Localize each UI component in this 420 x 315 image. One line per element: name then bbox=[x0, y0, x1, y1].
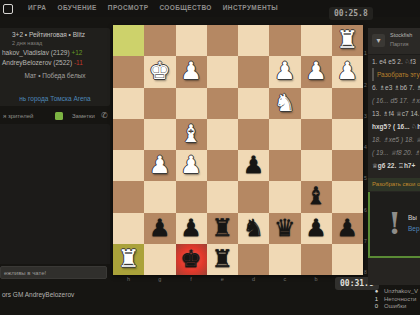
square-d7[interactable]: ♞ bbox=[238, 213, 269, 244]
square-h3[interactable] bbox=[113, 88, 144, 119]
square-h7[interactable] bbox=[113, 213, 144, 244]
square-h5[interactable] bbox=[113, 150, 144, 181]
move-list-line-2[interactable]: 6. ♗e3 ♗b6 7. ♗ bbox=[368, 81, 420, 94]
alert-link[interactable]: Вер bbox=[408, 225, 420, 232]
piece-black-pawn: ♟ bbox=[332, 213, 363, 244]
chess-board[interactable]: ♜♚♟♟♟♟♞♝♟♟♟♝♟♟♜♞♛♟♟♜♚♜ bbox=[113, 25, 363, 275]
piece-black-pawn: ♟ bbox=[238, 150, 269, 181]
square-h1[interactable] bbox=[113, 25, 144, 56]
square-g2[interactable]: ♚ bbox=[144, 56, 175, 87]
black-player-name[interactable]: AndreyBelozerov (2522) bbox=[2, 59, 72, 66]
white-player-name[interactable]: hakov_Vladislav (2129) bbox=[2, 49, 70, 56]
square-a3[interactable] bbox=[332, 88, 363, 119]
phone-icon[interactable]: ✆ bbox=[101, 111, 108, 120]
square-f6[interactable] bbox=[176, 181, 207, 212]
move-list-line-4[interactable]: 13. ♗f4 ♕c7 14. bbox=[368, 107, 420, 120]
rank-coordinates: 12345678 bbox=[364, 25, 367, 275]
square-f7[interactable]: ♟ bbox=[176, 213, 207, 244]
square-e5[interactable] bbox=[207, 150, 238, 181]
square-f3[interactable] bbox=[176, 88, 207, 119]
move-list-line-5[interactable]: hxg5? ( 16... ♘h bbox=[368, 120, 420, 133]
square-e8[interactable]: ♜ bbox=[207, 244, 238, 275]
square-d2[interactable] bbox=[238, 56, 269, 87]
file-label-d: d bbox=[238, 276, 269, 282]
learn-from-mistakes-link[interactable]: Разобрать свои ошибки bbox=[368, 178, 420, 191]
square-a4[interactable] bbox=[332, 119, 363, 150]
move-list-line-3[interactable]: ( 16... d5 17. ♗xb bbox=[368, 94, 420, 107]
piece-white-pawn: ♟ bbox=[176, 150, 207, 181]
rank-label-6: 6 bbox=[364, 181, 367, 212]
square-a6[interactable] bbox=[332, 181, 363, 212]
engine-toggle-button[interactable]: ▾ bbox=[372, 34, 385, 47]
square-d6[interactable] bbox=[238, 181, 269, 212]
nav-item-3[interactable]: СООБЩЕСТВО bbox=[159, 4, 211, 11]
lichess-game-page: ИГРАОБУЧЕНИЕПРОСМОТРСООБЩЕСТВОИНСТРУМЕНТ… bbox=[0, 0, 420, 315]
square-g1[interactable] bbox=[144, 25, 175, 56]
file-coordinates: hgfedcba bbox=[113, 276, 363, 282]
piece-black-bishop: ♝ bbox=[301, 181, 332, 212]
piece-white-pawn: ♟ bbox=[144, 150, 175, 181]
nav-item-0[interactable]: ИГРА bbox=[28, 4, 46, 11]
nav-item-2[interactable]: ПРОСМОТР bbox=[108, 4, 149, 11]
move-list-line-7[interactable]: ( 19... ♕f8 20. ♗e bbox=[368, 146, 420, 159]
square-h4[interactable] bbox=[113, 119, 144, 150]
summary-label: Unzhakov_V bbox=[384, 288, 418, 296]
file-label-e: e bbox=[207, 276, 238, 282]
tab-spectator-room[interactable]: я зрителей bbox=[3, 113, 33, 119]
piece-black-king: ♚ bbox=[176, 244, 207, 275]
analysis-panel: ▾ Stockfish Партия 1. e4 e5 2. ♘f3Разобр… bbox=[368, 28, 420, 285]
square-f5[interactable]: ♟ bbox=[176, 150, 207, 181]
tournament-link[interactable]: нь города Томска Arena bbox=[0, 95, 110, 102]
lichess-logo-icon[interactable] bbox=[3, 4, 13, 14]
square-b1[interactable] bbox=[301, 25, 332, 56]
square-c4[interactable] bbox=[269, 119, 300, 150]
square-d8[interactable] bbox=[238, 244, 269, 275]
square-b8[interactable] bbox=[301, 244, 332, 275]
game-meta-panel: 3+2 • Рейтинговая • Blitz 2 дня назад ha… bbox=[0, 28, 110, 106]
square-g5[interactable]: ♟ bbox=[144, 150, 175, 181]
square-f1[interactable] bbox=[176, 25, 207, 56]
chat-message-area bbox=[0, 124, 110, 264]
square-b2[interactable]: ♟ bbox=[301, 56, 332, 87]
square-g8[interactable] bbox=[144, 244, 175, 275]
game-date-label: 2 дня назад bbox=[12, 40, 42, 46]
move-list-line-0[interactable]: 1. e4 e5 2. ♘f3 bbox=[368, 55, 420, 68]
square-g4[interactable] bbox=[144, 119, 175, 150]
summary-label: Ошибки bbox=[384, 303, 406, 311]
piece-black-pawn: ♟ bbox=[176, 213, 207, 244]
summary-row-1: 1Неточности bbox=[373, 296, 420, 304]
rank-label-4: 4 bbox=[364, 119, 367, 150]
nav-menu: ИГРАОБУЧЕНИЕПРОСМОТРСООБЩЕСТВОИНСТРУМЕНТ… bbox=[28, 4, 278, 11]
piece-black-queen: ♛ bbox=[269, 213, 300, 244]
square-e4[interactable] bbox=[207, 119, 238, 150]
file-label-h: h bbox=[113, 276, 144, 282]
game-result-label: Мат • Победа белых bbox=[0, 72, 110, 79]
file-label-f: f bbox=[176, 276, 207, 282]
square-g6[interactable] bbox=[144, 181, 175, 212]
rank-label-8: 8 bbox=[364, 244, 367, 275]
move-list-line-6[interactable]: 18. ♗xe5 ) 18. ♕g bbox=[368, 133, 420, 146]
time-control-label: 3+2 • Рейтинговая • Blitz bbox=[12, 31, 85, 38]
black-player-row[interactable]: AndreyBelozerov (2522) -11 bbox=[2, 59, 83, 66]
piece-black-rook: ♜ bbox=[207, 244, 238, 275]
rank-label-2: 2 bbox=[364, 56, 367, 87]
square-d4[interactable] bbox=[238, 119, 269, 150]
piece-white-bishop: ♝ bbox=[176, 119, 207, 150]
square-g7[interactable]: ♟ bbox=[144, 213, 175, 244]
square-f4[interactable]: ♝ bbox=[176, 119, 207, 150]
spectator-presence-label: ors GM AndreyBelozerov bbox=[2, 291, 74, 298]
rank-label-7: 7 bbox=[364, 213, 367, 244]
square-g3[interactable] bbox=[144, 88, 175, 119]
file-label-c: c bbox=[269, 276, 300, 282]
square-h2[interactable] bbox=[113, 56, 144, 87]
square-e6[interactable] bbox=[207, 181, 238, 212]
summary-row-0: ●Unzhakov_V bbox=[373, 288, 420, 296]
square-h8[interactable]: ♜ bbox=[113, 244, 144, 275]
engine-name-label: Stockfish bbox=[390, 32, 412, 38]
square-d1[interactable] bbox=[238, 25, 269, 56]
analysis-summary: ●Unzhakov_V1Неточности0Ошибки bbox=[373, 288, 420, 311]
summary-count: 0 bbox=[373, 303, 380, 311]
analyze-game-link[interactable]: Разобрать эту пар bbox=[372, 68, 420, 81]
square-c6[interactable] bbox=[269, 181, 300, 212]
piece-white-rook: ♜ bbox=[113, 244, 144, 275]
square-e3[interactable] bbox=[207, 88, 238, 119]
piece-white-rook: ♜ bbox=[332, 25, 363, 56]
chat-input[interactable]: ежливы в чате! bbox=[0, 266, 107, 279]
player-color-icon: ● bbox=[373, 288, 380, 296]
chat-toggle-indicator[interactable] bbox=[55, 112, 63, 120]
square-c7[interactable]: ♛ bbox=[269, 213, 300, 244]
summary-row-2: 0Ошибки bbox=[373, 303, 420, 311]
square-c3[interactable]: ♞ bbox=[269, 88, 300, 119]
square-e7[interactable]: ♜ bbox=[207, 213, 238, 244]
piece-black-pawn: ♟ bbox=[144, 213, 175, 244]
square-b5[interactable] bbox=[301, 150, 332, 181]
exclamation-icon: ! bbox=[388, 206, 401, 241]
clock-white: 00:25.8 bbox=[329, 7, 373, 20]
rank-label-1: 1 bbox=[364, 25, 367, 56]
move-list: 1. e4 e5 2. ♘f3Разобрать эту пар6. ♗e3 ♗… bbox=[368, 55, 420, 172]
square-b4[interactable] bbox=[301, 119, 332, 150]
white-player-row[interactable]: hakov_Vladislav (2129) +12 bbox=[2, 49, 82, 56]
square-f8[interactable]: ♚ bbox=[176, 244, 207, 275]
piece-white-king: ♚ bbox=[144, 56, 175, 87]
analysis-alert-box: ! Вы Вер bbox=[368, 192, 420, 258]
square-a1[interactable]: ♜ bbox=[332, 25, 363, 56]
piece-black-pawn: ♟ bbox=[301, 213, 332, 244]
white-rating-delta: +12 bbox=[71, 49, 82, 56]
alert-text: Вы bbox=[408, 214, 417, 221]
summary-label: Неточности bbox=[384, 296, 416, 304]
square-c5[interactable] bbox=[269, 150, 300, 181]
tab-notes[interactable]: Заметки bbox=[72, 113, 95, 119]
file-label-b: b bbox=[301, 276, 332, 282]
piece-white-pawn: ♟ bbox=[176, 56, 207, 87]
black-rating-delta: -11 bbox=[74, 59, 83, 66]
square-c8[interactable] bbox=[269, 244, 300, 275]
nav-item-1[interactable]: ОБУЧЕНИЕ bbox=[57, 4, 96, 11]
rank-label-5: 5 bbox=[364, 150, 367, 181]
file-label-g: g bbox=[144, 276, 175, 282]
piece-white-pawn: ♟ bbox=[269, 56, 300, 87]
engine-header: ▾ Stockfish Партия bbox=[368, 28, 420, 55]
piece-white-pawn: ♟ bbox=[301, 56, 332, 87]
square-d5[interactable]: ♟ bbox=[238, 150, 269, 181]
square-h6[interactable] bbox=[113, 181, 144, 212]
square-a2[interactable]: ♟ bbox=[332, 56, 363, 87]
square-c2[interactable]: ♟ bbox=[269, 56, 300, 87]
square-e1[interactable] bbox=[207, 25, 238, 56]
square-c1[interactable] bbox=[269, 25, 300, 56]
square-a8[interactable] bbox=[332, 244, 363, 275]
square-b3[interactable] bbox=[301, 88, 332, 119]
piece-black-knight: ♞ bbox=[238, 213, 269, 244]
square-e2[interactable] bbox=[207, 56, 238, 87]
nav-item-4[interactable]: ИНСТРУМЕНТЫ bbox=[223, 4, 278, 11]
engine-sub-label: Партия bbox=[390, 41, 409, 47]
square-d3[interactable] bbox=[238, 88, 269, 119]
rank-label-3: 3 bbox=[364, 88, 367, 119]
piece-black-rook: ♜ bbox=[207, 213, 238, 244]
square-f2[interactable]: ♟ bbox=[176, 56, 207, 87]
square-b7[interactable]: ♟ bbox=[301, 213, 332, 244]
square-b6[interactable]: ♝ bbox=[301, 181, 332, 212]
piece-white-knight: ♞ bbox=[269, 88, 300, 119]
piece-white-pawn: ♟ bbox=[332, 56, 363, 87]
chat-tabs: я зрителей Заметки ✆ bbox=[0, 110, 110, 123]
move-list-line-8[interactable]: ♕g6 22. ♖h7+ bbox=[368, 159, 420, 172]
square-a7[interactable]: ♟ bbox=[332, 213, 363, 244]
summary-count: 1 bbox=[373, 296, 380, 304]
square-a5[interactable] bbox=[332, 150, 363, 181]
